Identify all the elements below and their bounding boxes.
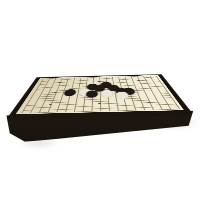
board-cell [87, 110, 96, 113]
board-frame: ●●●●●●●●●●● [8, 74, 191, 116]
board-cell [104, 109, 113, 112]
board-cell [78, 110, 87, 113]
star-point [98, 103, 100, 104]
board-surface: ●●●●●●●●●●● [16, 75, 184, 114]
board-cell [95, 109, 104, 112]
product-photo: ●●●●●●●●●●● [0, 0, 200, 200]
board-cell [173, 108, 184, 111]
star-point [142, 90, 144, 91]
star-point [148, 102, 151, 103]
star-point [98, 91, 100, 92]
scene: ●●●●●●●●●●● [0, 0, 200, 200]
board-tilt: ●●●●●●●●●●● [8, 74, 191, 116]
photo-rotation-wrapper: ●●●●●●●●●●● [0, 0, 200, 200]
